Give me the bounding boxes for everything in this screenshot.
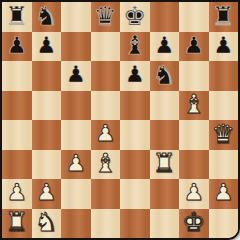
piece-black-pawn[interactable]: ♟ [183, 34, 204, 57]
piece-black-knight[interactable]: ♞ [153, 62, 176, 88]
piece-black-pawn[interactable]: ♟ [6, 34, 27, 57]
square-b1[interactable]: ♞ [32, 209, 62, 239]
square-b5[interactable] [32, 91, 62, 121]
square-g5[interactable]: ♝ [179, 91, 209, 121]
piece-black-bishop[interactable]: ♝ [123, 32, 146, 58]
square-h8[interactable]: ♜ [209, 2, 239, 32]
piece-white-knight[interactable]: ♞ [35, 209, 58, 235]
square-d1[interactable] [91, 209, 121, 239]
square-a6[interactable] [2, 61, 32, 91]
square-e4[interactable] [120, 120, 150, 150]
square-d8[interactable]: ♛ [91, 2, 121, 32]
square-h7[interactable]: ♟ [209, 32, 239, 62]
square-h1[interactable] [209, 209, 239, 239]
chess-board: ♜♞♛♚♜♟♟♝♟♟♟♟♟♞♝♟♛♟♝♜♟♟♟♟♜♞♚ [0, 0, 240, 240]
square-f5[interactable] [150, 91, 180, 121]
square-g4[interactable] [179, 120, 209, 150]
square-e8[interactable]: ♚ [120, 2, 150, 32]
square-b6[interactable] [32, 61, 62, 91]
square-d7[interactable] [91, 32, 121, 62]
piece-white-king[interactable]: ♚ [182, 209, 205, 235]
square-h6[interactable] [209, 61, 239, 91]
square-d2[interactable] [91, 179, 121, 209]
piece-black-rook[interactable]: ♜ [212, 3, 235, 29]
square-e6[interactable]: ♟ [120, 61, 150, 91]
piece-black-pawn[interactable]: ♟ [213, 34, 234, 57]
square-c2[interactable] [61, 179, 91, 209]
square-g3[interactable] [179, 150, 209, 180]
square-d6[interactable] [91, 61, 121, 91]
square-a8[interactable]: ♜ [2, 2, 32, 32]
square-h3[interactable] [209, 150, 239, 180]
square-c8[interactable] [61, 2, 91, 32]
square-d5[interactable] [91, 91, 121, 121]
square-h5[interactable] [209, 91, 239, 121]
square-b7[interactable]: ♟ [32, 32, 62, 62]
square-f1[interactable] [150, 209, 180, 239]
square-a3[interactable] [2, 150, 32, 180]
piece-white-pawn[interactable]: ♟ [95, 122, 116, 145]
square-g2[interactable]: ♟ [179, 179, 209, 209]
square-g1[interactable]: ♚ [179, 209, 209, 239]
square-a2[interactable]: ♟ [2, 179, 32, 209]
square-b2[interactable]: ♟ [32, 179, 62, 209]
square-c4[interactable] [61, 120, 91, 150]
square-d3[interactable]: ♝ [91, 150, 121, 180]
square-h2[interactable]: ♟ [209, 179, 239, 209]
square-c7[interactable] [61, 32, 91, 62]
square-a4[interactable] [2, 120, 32, 150]
square-f3[interactable]: ♜ [150, 150, 180, 180]
piece-black-rook[interactable]: ♜ [5, 3, 28, 29]
piece-black-knight[interactable]: ♞ [35, 3, 58, 29]
square-g8[interactable] [179, 2, 209, 32]
square-f4[interactable] [150, 120, 180, 150]
square-b4[interactable] [32, 120, 62, 150]
piece-white-rook[interactable]: ♜ [5, 209, 28, 235]
piece-white-rook[interactable]: ♜ [153, 150, 176, 176]
square-a5[interactable] [2, 91, 32, 121]
square-c5[interactable] [61, 91, 91, 121]
square-c1[interactable] [61, 209, 91, 239]
square-f6[interactable]: ♞ [150, 61, 180, 91]
piece-black-pawn[interactable]: ♟ [154, 34, 175, 57]
piece-black-king[interactable]: ♚ [123, 3, 146, 29]
square-e3[interactable] [120, 150, 150, 180]
square-b8[interactable]: ♞ [32, 2, 62, 32]
piece-white-queen[interactable]: ♛ [212, 121, 235, 147]
square-f8[interactable] [150, 2, 180, 32]
piece-white-pawn[interactable]: ♟ [65, 152, 86, 175]
piece-black-pawn[interactable]: ♟ [36, 34, 57, 57]
square-b3[interactable] [32, 150, 62, 180]
square-e1[interactable] [120, 209, 150, 239]
square-g7[interactable]: ♟ [179, 32, 209, 62]
piece-white-bishop[interactable]: ♝ [94, 150, 117, 176]
square-e2[interactable] [120, 179, 150, 209]
piece-white-pawn[interactable]: ♟ [183, 181, 204, 204]
square-h4[interactable]: ♛ [209, 120, 239, 150]
square-c3[interactable]: ♟ [61, 150, 91, 180]
square-f2[interactable] [150, 179, 180, 209]
piece-black-pawn[interactable]: ♟ [124, 63, 145, 86]
square-a7[interactable]: ♟ [2, 32, 32, 62]
square-e7[interactable]: ♝ [120, 32, 150, 62]
piece-white-pawn[interactable]: ♟ [6, 181, 27, 204]
piece-white-pawn[interactable]: ♟ [36, 181, 57, 204]
square-g6[interactable] [179, 61, 209, 91]
square-d4[interactable]: ♟ [91, 120, 121, 150]
piece-white-pawn[interactable]: ♟ [213, 181, 234, 204]
square-a1[interactable]: ♜ [2, 209, 32, 239]
piece-black-queen[interactable]: ♛ [94, 3, 117, 29]
square-c6[interactable]: ♟ [61, 61, 91, 91]
square-f7[interactable]: ♟ [150, 32, 180, 62]
piece-white-bishop[interactable]: ♝ [182, 91, 205, 117]
piece-black-pawn[interactable]: ♟ [65, 63, 86, 86]
square-e5[interactable] [120, 91, 150, 121]
